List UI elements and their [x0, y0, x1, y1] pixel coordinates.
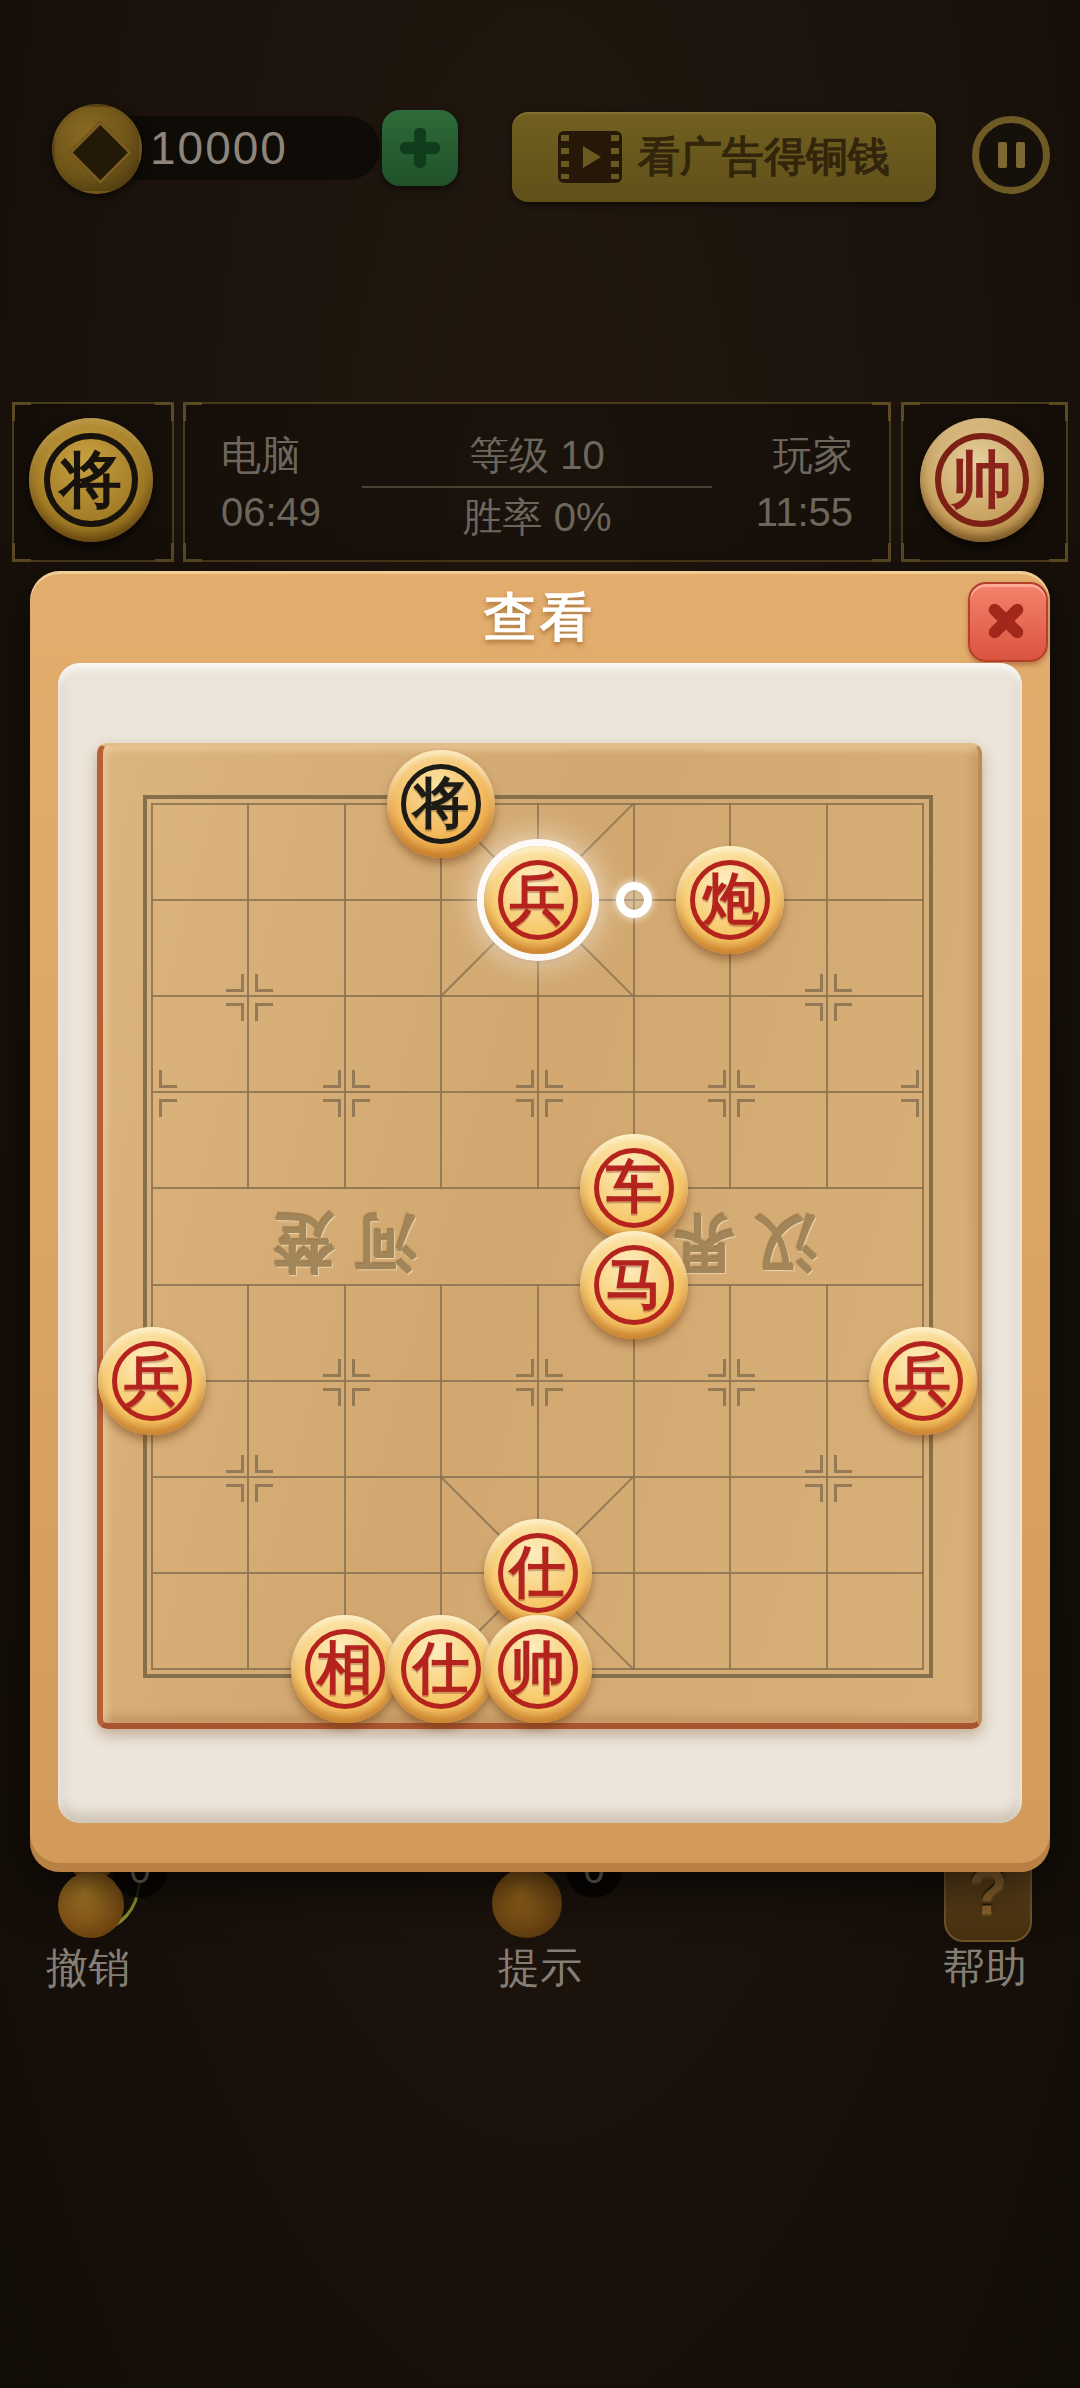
- grid-vline: [247, 1284, 249, 1670]
- point-mark: [901, 1099, 919, 1117]
- point-mark: [516, 1359, 534, 1377]
- hint-button[interactable]: 提示: [460, 1940, 620, 1996]
- board-piece-仕[interactable]: 仕: [484, 1519, 592, 1627]
- info-divider: [362, 486, 712, 488]
- point-mark: [805, 1003, 823, 1021]
- point-mark: [352, 1070, 370, 1088]
- point-mark: [352, 1099, 370, 1117]
- board-piece-炮[interactable]: 炮: [676, 846, 784, 954]
- player-label: 玩家: [773, 428, 853, 483]
- point-mark: [545, 1359, 563, 1377]
- board-piece-相[interactable]: 相: [291, 1615, 399, 1723]
- point-mark: [708, 1359, 726, 1377]
- watch-ad-button[interactable]: 看广告得铜钱: [512, 112, 936, 202]
- coin-icon: [52, 104, 142, 194]
- point-mark: [159, 1099, 177, 1117]
- point-mark: [516, 1099, 534, 1117]
- dialog-title: 查看: [30, 583, 1050, 653]
- point-mark: [352, 1359, 370, 1377]
- grid-vline: [344, 1284, 346, 1670]
- move-indicator-dot: [616, 882, 652, 918]
- grid-vline: [826, 1284, 828, 1670]
- player-clock: 11:55: [756, 490, 853, 535]
- point-mark: [708, 1388, 726, 1406]
- point-mark: [323, 1070, 341, 1088]
- point-mark: [226, 1484, 244, 1502]
- point-mark: [545, 1388, 563, 1406]
- video-film-icon: [558, 131, 622, 183]
- river-label-left: 楚河: [235, 1202, 455, 1286]
- grid-vline: [826, 803, 828, 1189]
- close-button[interactable]: [968, 582, 1048, 662]
- board-piece-兵[interactable]: 兵: [869, 1327, 977, 1435]
- grid-vline: [729, 1284, 731, 1670]
- player-avatar-piece: 帅: [920, 418, 1044, 542]
- pause-button[interactable]: [972, 116, 1050, 194]
- watch-ad-label: 看广告得铜钱: [638, 129, 890, 185]
- point-mark: [516, 1070, 534, 1088]
- point-mark: [737, 1070, 755, 1088]
- xiangqi-board[interactable]: 楚河界汉将兵炮车马兵兵仕相仕帅: [97, 743, 982, 1729]
- board-piece-兵[interactable]: 兵: [484, 846, 592, 954]
- grid-vline: [247, 803, 249, 1189]
- point-mark: [159, 1070, 177, 1088]
- point-mark: [226, 1455, 244, 1473]
- point-mark: [805, 1455, 823, 1473]
- point-mark: [737, 1099, 755, 1117]
- point-mark: [255, 1003, 273, 1021]
- point-mark: [834, 1003, 852, 1021]
- point-mark: [226, 1003, 244, 1021]
- point-mark: [901, 1070, 919, 1088]
- point-mark: [834, 1455, 852, 1473]
- add-coins-button[interactable]: [382, 110, 458, 186]
- board-piece-车[interactable]: 车: [580, 1134, 688, 1242]
- point-mark: [737, 1359, 755, 1377]
- point-mark: [708, 1099, 726, 1117]
- app-screen: 10000 看广告得铜钱 将 电脑 06:49 等级 10 胜率 0% 玩家 1…: [0, 0, 1080, 2388]
- coin-balance: 10000: [150, 116, 360, 180]
- board-piece-将[interactable]: 将: [387, 750, 495, 858]
- point-mark: [323, 1359, 341, 1377]
- point-mark: [708, 1070, 726, 1088]
- help-button[interactable]: 帮助: [905, 1940, 1065, 1996]
- board-layer: 楚河界汉将兵炮车马兵兵仕相仕帅: [103, 746, 978, 1723]
- grid-vline: [922, 803, 924, 1670]
- board-piece-马[interactable]: 马: [580, 1231, 688, 1339]
- point-mark: [805, 1484, 823, 1502]
- point-mark: [226, 974, 244, 992]
- point-mark: [323, 1388, 341, 1406]
- point-mark: [323, 1099, 341, 1117]
- board-piece-仕[interactable]: 仕: [387, 1615, 495, 1723]
- point-mark: [805, 974, 823, 992]
- point-mark: [255, 1455, 273, 1473]
- point-mark: [545, 1099, 563, 1117]
- undo-button[interactable]: 撤销: [8, 1940, 168, 1996]
- point-mark: [737, 1388, 755, 1406]
- point-mark: [352, 1388, 370, 1406]
- board-piece-帅[interactable]: 帅: [484, 1615, 592, 1723]
- grid-vline: [151, 803, 153, 1670]
- match-info-panel: 电脑 06:49 等级 10 胜率 0% 玩家 11:55: [183, 402, 891, 562]
- point-mark: [255, 974, 273, 992]
- point-mark: [516, 1388, 534, 1406]
- board-piece-兵[interactable]: 兵: [98, 1327, 206, 1435]
- opponent-avatar-piece: 将: [29, 418, 153, 542]
- point-mark: [834, 1484, 852, 1502]
- point-mark: [545, 1070, 563, 1088]
- view-dialog: 查看 楚河界汉将兵炮车马兵兵仕相仕帅: [30, 571, 1050, 1872]
- grid-vline: [344, 803, 346, 1189]
- point-mark: [834, 974, 852, 992]
- point-mark: [255, 1484, 273, 1502]
